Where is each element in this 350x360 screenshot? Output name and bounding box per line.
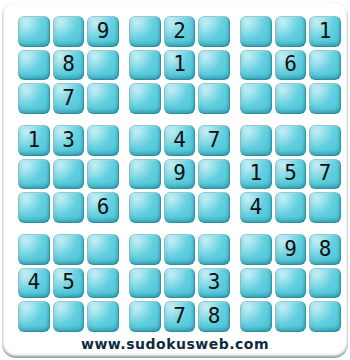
cell-digit: 7 xyxy=(319,163,332,184)
cell-digit: 9 xyxy=(97,21,110,42)
sudoku-cell[interactable] xyxy=(309,125,341,156)
sudoku-cell[interactable] xyxy=(129,268,161,299)
sudoku-cell[interactable] xyxy=(240,301,272,332)
sudoku-cell[interactable] xyxy=(198,159,230,190)
sudoku-cell[interactable] xyxy=(309,268,341,299)
sudoku-cell[interactable] xyxy=(129,234,161,265)
sudoku-cell[interactable] xyxy=(275,125,307,156)
sudoku-cell[interactable] xyxy=(53,159,85,190)
sudoku-box: 1574 xyxy=(237,122,344,226)
sudoku-cell[interactable] xyxy=(129,301,161,332)
sudoku-box: 21 xyxy=(126,13,233,117)
sudoku-cell: 1 xyxy=(240,159,272,190)
cell-digit: 1 xyxy=(250,163,263,184)
sudoku-cell: 9 xyxy=(275,234,307,265)
sudoku-cell: 5 xyxy=(53,268,85,299)
cell-digit: 7 xyxy=(62,88,75,109)
sudoku-cell[interactable] xyxy=(275,16,307,47)
sudoku-cell: 3 xyxy=(198,268,230,299)
sudoku-cell[interactable] xyxy=(129,192,161,223)
sudoku-cell[interactable] xyxy=(18,50,50,81)
sudoku-cell[interactable] xyxy=(53,234,85,265)
sudoku-cell[interactable] xyxy=(87,83,119,114)
sudoku-cell[interactable] xyxy=(53,16,85,47)
sudoku-cell: 8 xyxy=(198,301,230,332)
sudoku-cell[interactable] xyxy=(164,234,196,265)
sudoku-cell[interactable] xyxy=(309,301,341,332)
sudoku-cell[interactable] xyxy=(198,234,230,265)
cell-digit: 8 xyxy=(62,54,75,75)
sudoku-cell: 9 xyxy=(87,16,119,47)
cell-digit: 4 xyxy=(173,130,186,151)
sudoku-cell[interactable] xyxy=(309,192,341,223)
cell-digit: 6 xyxy=(284,54,297,75)
footer-url: www.sudokusweb.com xyxy=(2,336,348,354)
sudoku-cell[interactable] xyxy=(240,50,272,81)
sudoku-cell: 7 xyxy=(198,125,230,156)
sudoku-cell[interactable] xyxy=(18,159,50,190)
sudoku-cell[interactable] xyxy=(53,301,85,332)
sudoku-cell: 2 xyxy=(164,16,196,47)
sudoku-cell[interactable] xyxy=(198,50,230,81)
cell-digit: 5 xyxy=(62,272,75,293)
sudoku-cell[interactable] xyxy=(87,50,119,81)
sudoku-app: 987211613647915744537898 www.sudokusweb.… xyxy=(0,0,350,360)
sudoku-cell[interactable] xyxy=(87,301,119,332)
sudoku-cell[interactable] xyxy=(18,234,50,265)
cell-digit: 8 xyxy=(208,306,221,327)
sudoku-cell[interactable] xyxy=(309,50,341,81)
sudoku-cell: 4 xyxy=(18,268,50,299)
sudoku-cell: 8 xyxy=(309,234,341,265)
sudoku-cell[interactable] xyxy=(275,83,307,114)
cell-digit: 1 xyxy=(319,21,332,42)
sudoku-cell[interactable] xyxy=(164,83,196,114)
sudoku-cell: 1 xyxy=(18,125,50,156)
sudoku-cell[interactable] xyxy=(198,16,230,47)
sudoku-cell[interactable] xyxy=(240,234,272,265)
sudoku-cell[interactable] xyxy=(87,159,119,190)
sudoku-cell: 5 xyxy=(275,159,307,190)
sudoku-cell[interactable] xyxy=(275,301,307,332)
cell-digit: 9 xyxy=(284,239,297,260)
sudoku-cell: 4 xyxy=(164,125,196,156)
cell-digit: 7 xyxy=(208,130,221,151)
cell-digit: 1 xyxy=(173,54,186,75)
sudoku-cell[interactable] xyxy=(275,268,307,299)
cell-digit: 4 xyxy=(250,197,263,218)
sudoku-cell: 3 xyxy=(53,125,85,156)
sudoku-cell[interactable] xyxy=(164,192,196,223)
sudoku-box: 479 xyxy=(126,122,233,226)
cell-digit: 3 xyxy=(62,130,75,151)
sudoku-box: 987 xyxy=(15,13,122,117)
sudoku-cell[interactable] xyxy=(129,50,161,81)
cell-digit: 3 xyxy=(208,272,221,293)
cell-digit: 9 xyxy=(173,163,186,184)
sudoku-cell: 7 xyxy=(164,301,196,332)
sudoku-cell[interactable] xyxy=(129,83,161,114)
sudoku-cell[interactable] xyxy=(18,83,50,114)
sudoku-cell: 4 xyxy=(240,192,272,223)
sudoku-cell[interactable] xyxy=(240,268,272,299)
sudoku-cell[interactable] xyxy=(18,301,50,332)
sudoku-cell[interactable] xyxy=(198,192,230,223)
sudoku-box: 16 xyxy=(237,13,344,117)
cell-digit: 6 xyxy=(97,197,110,218)
sudoku-cell[interactable] xyxy=(18,192,50,223)
board-frame: 987211613647915744537898 www.sudokusweb.… xyxy=(2,2,348,358)
sudoku-cell[interactable] xyxy=(164,268,196,299)
sudoku-cell[interactable] xyxy=(129,16,161,47)
sudoku-board: 987211613647915744537898 xyxy=(15,13,344,335)
sudoku-cell: 1 xyxy=(164,50,196,81)
sudoku-cell[interactable] xyxy=(129,125,161,156)
cell-digit: 4 xyxy=(28,272,41,293)
sudoku-box: 45 xyxy=(15,231,122,335)
sudoku-cell: 6 xyxy=(87,192,119,223)
cell-digit: 1 xyxy=(28,130,41,151)
cell-digit: 7 xyxy=(173,306,186,327)
sudoku-cell: 7 xyxy=(53,83,85,114)
sudoku-cell[interactable] xyxy=(87,234,119,265)
sudoku-cell: 7 xyxy=(309,159,341,190)
sudoku-cell[interactable] xyxy=(198,83,230,114)
sudoku-cell: 6 xyxy=(275,50,307,81)
sudoku-cell: 8 xyxy=(53,50,85,81)
sudoku-cell[interactable] xyxy=(87,268,119,299)
sudoku-cell: 9 xyxy=(164,159,196,190)
sudoku-cell[interactable] xyxy=(240,16,272,47)
sudoku-cell[interactable] xyxy=(87,125,119,156)
sudoku-cell[interactable] xyxy=(18,16,50,47)
sudoku-cell[interactable] xyxy=(240,125,272,156)
sudoku-cell[interactable] xyxy=(53,192,85,223)
sudoku-cell[interactable] xyxy=(275,192,307,223)
sudoku-cell[interactable] xyxy=(240,83,272,114)
sudoku-cell[interactable] xyxy=(129,159,161,190)
sudoku-cell[interactable] xyxy=(309,83,341,114)
cell-digit: 5 xyxy=(284,163,297,184)
sudoku-box: 98 xyxy=(237,231,344,335)
sudoku-box: 378 xyxy=(126,231,233,335)
sudoku-cell: 1 xyxy=(309,16,341,47)
cell-digit: 8 xyxy=(319,239,332,260)
cell-digit: 2 xyxy=(173,21,186,42)
sudoku-box: 136 xyxy=(15,122,122,226)
